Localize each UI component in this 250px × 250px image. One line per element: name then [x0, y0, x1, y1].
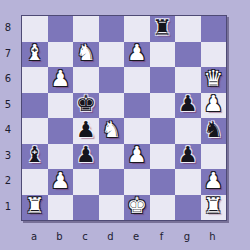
piece-white-pawn-b6[interactable]: ♟ — [50, 68, 70, 90]
square-a8[interactable] — [22, 16, 48, 42]
square-d2[interactable] — [99, 169, 125, 195]
piece-black-pawn-g3[interactable]: ♟ — [178, 144, 198, 166]
file-label-a: a — [21, 230, 47, 244]
rank-label-4: 4 — [0, 117, 16, 143]
square-f6[interactable] — [150, 67, 176, 93]
square-g1[interactable] — [175, 195, 201, 221]
square-e7[interactable]: ♟ — [124, 42, 150, 68]
square-f4[interactable] — [150, 118, 176, 144]
square-c5[interactable]: ♚ — [73, 93, 99, 119]
piece-black-rook-f8[interactable]: ♜ — [152, 17, 172, 39]
square-d7[interactable] — [99, 42, 125, 68]
file-label-h: h — [200, 230, 226, 244]
square-c7[interactable]: ♞ — [73, 42, 99, 68]
square-g2[interactable] — [175, 169, 201, 195]
square-c2[interactable] — [73, 169, 99, 195]
board-background: ♜♝♞♟♟♛♚♟♟♟♞♞♝♟♟♟♟♟♜♚♜ 87654321 abcdefgh — [0, 0, 250, 250]
piece-white-knight-c7[interactable]: ♞ — [76, 42, 96, 64]
square-a5[interactable] — [22, 93, 48, 119]
piece-white-pawn-h2[interactable]: ♟ — [203, 170, 223, 192]
square-c4[interactable]: ♟ — [73, 118, 99, 144]
piece-black-king-c5[interactable]: ♚ — [76, 93, 96, 115]
square-a4[interactable] — [22, 118, 48, 144]
square-g5[interactable]: ♟ — [175, 93, 201, 119]
square-a1[interactable]: ♜ — [22, 195, 48, 221]
square-h4[interactable]: ♞ — [201, 118, 227, 144]
rank-label-8: 8 — [0, 15, 16, 41]
file-label-e: e — [123, 230, 149, 244]
square-e4[interactable] — [124, 118, 150, 144]
piece-black-bishop-a3[interactable]: ♝ — [25, 144, 45, 166]
piece-white-knight-d4[interactable]: ♞ — [101, 119, 121, 141]
square-b4[interactable] — [48, 118, 74, 144]
square-h1[interactable]: ♜ — [201, 195, 227, 221]
square-e2[interactable] — [124, 169, 150, 195]
square-a7[interactable]: ♝ — [22, 42, 48, 68]
square-h6[interactable]: ♛ — [201, 67, 227, 93]
square-b3[interactable] — [48, 144, 74, 170]
file-label-f: f — [149, 230, 175, 244]
square-b2[interactable]: ♟ — [48, 169, 74, 195]
square-g7[interactable] — [175, 42, 201, 68]
square-b5[interactable] — [48, 93, 74, 119]
square-f8[interactable]: ♜ — [150, 16, 176, 42]
square-h8[interactable] — [201, 16, 227, 42]
piece-white-pawn-b2[interactable]: ♟ — [50, 170, 70, 192]
square-c6[interactable] — [73, 67, 99, 93]
square-d3[interactable] — [99, 144, 125, 170]
square-g8[interactable] — [175, 16, 201, 42]
square-f3[interactable] — [150, 144, 176, 170]
file-label-c: c — [72, 230, 98, 244]
piece-white-pawn-e3[interactable]: ♟ — [127, 144, 147, 166]
square-c8[interactable] — [73, 16, 99, 42]
file-label-d: d — [98, 230, 124, 244]
square-b8[interactable] — [48, 16, 74, 42]
piece-white-king-e1[interactable]: ♚ — [127, 195, 147, 217]
piece-white-queen-h6[interactable]: ♛ — [203, 68, 223, 90]
rank-label-5: 5 — [0, 92, 16, 118]
square-h3[interactable] — [201, 144, 227, 170]
square-c1[interactable] — [73, 195, 99, 221]
piece-white-bishop-a7[interactable]: ♝ — [25, 42, 45, 64]
piece-white-rook-h1[interactable]: ♜ — [203, 195, 223, 217]
square-b7[interactable] — [48, 42, 74, 68]
rank-label-1: 1 — [0, 194, 16, 220]
square-d4[interactable]: ♞ — [99, 118, 125, 144]
square-a6[interactable] — [22, 67, 48, 93]
square-e5[interactable] — [124, 93, 150, 119]
square-d5[interactable] — [99, 93, 125, 119]
file-label-g: g — [174, 230, 200, 244]
square-e1[interactable]: ♚ — [124, 195, 150, 221]
square-h7[interactable] — [201, 42, 227, 68]
file-label-b: b — [47, 230, 73, 244]
chessboard: ♜♝♞♟♟♛♚♟♟♟♞♞♝♟♟♟♟♟♜♚♜ — [21, 15, 227, 221]
square-g3[interactable]: ♟ — [175, 144, 201, 170]
square-g4[interactable] — [175, 118, 201, 144]
square-f2[interactable] — [150, 169, 176, 195]
square-e3[interactable]: ♟ — [124, 144, 150, 170]
square-g6[interactable] — [175, 67, 201, 93]
piece-black-pawn-g5[interactable]: ♟ — [178, 93, 198, 115]
piece-black-pawn-c4[interactable]: ♟ — [76, 119, 96, 141]
rank-label-2: 2 — [0, 168, 16, 194]
square-f5[interactable] — [150, 93, 176, 119]
piece-white-pawn-h5[interactable]: ♟ — [203, 93, 223, 115]
square-d1[interactable] — [99, 195, 125, 221]
rank-label-6: 6 — [0, 66, 16, 92]
rank-label-3: 3 — [0, 143, 16, 169]
square-c3[interactable]: ♟ — [73, 144, 99, 170]
square-a3[interactable]: ♝ — [22, 144, 48, 170]
piece-white-pawn-e7[interactable]: ♟ — [127, 42, 147, 64]
square-b1[interactable] — [48, 195, 74, 221]
square-b6[interactable]: ♟ — [48, 67, 74, 93]
square-e6[interactable] — [124, 67, 150, 93]
piece-black-pawn-c3[interactable]: ♟ — [76, 144, 96, 166]
square-d8[interactable] — [99, 16, 125, 42]
square-d6[interactable] — [99, 67, 125, 93]
square-e8[interactable] — [124, 16, 150, 42]
square-f7[interactable] — [150, 42, 176, 68]
square-f1[interactable] — [150, 195, 176, 221]
square-h5[interactable]: ♟ — [201, 93, 227, 119]
square-h2[interactable]: ♟ — [201, 169, 227, 195]
rank-label-7: 7 — [0, 41, 16, 67]
piece-white-rook-a1[interactable]: ♜ — [25, 195, 45, 217]
square-a2[interactable] — [22, 169, 48, 195]
piece-black-knight-h4[interactable]: ♞ — [203, 119, 223, 141]
